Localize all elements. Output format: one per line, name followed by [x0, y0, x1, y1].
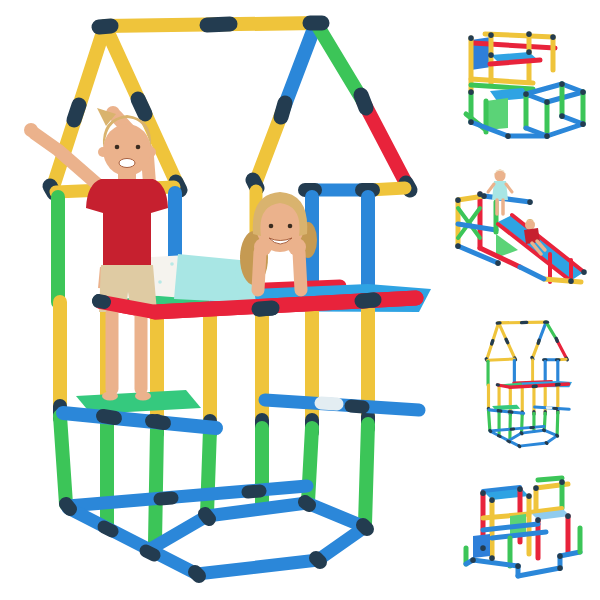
thumbnail-jungle-gym[interactable]	[450, 458, 598, 600]
thumb2-girl	[488, 170, 512, 215]
thumbnail-step-climber[interactable]	[450, 22, 598, 164]
thumbnail-slide[interactable]	[450, 158, 598, 300]
product-gallery	[0, 0, 600, 600]
girl-hand	[254, 238, 272, 256]
thumb1-art	[466, 34, 583, 136]
thumb4-art	[466, 478, 580, 576]
boy-head	[103, 124, 151, 176]
main-product-photo[interactable]	[0, 0, 445, 600]
girl-hand	[288, 238, 306, 256]
thumbnail-playhouse[interactable]	[450, 314, 598, 456]
thumb2-art	[458, 170, 584, 283]
boy-figure	[24, 106, 168, 401]
boy-shirt	[86, 179, 168, 267]
thumb3-art	[486, 322, 572, 446]
